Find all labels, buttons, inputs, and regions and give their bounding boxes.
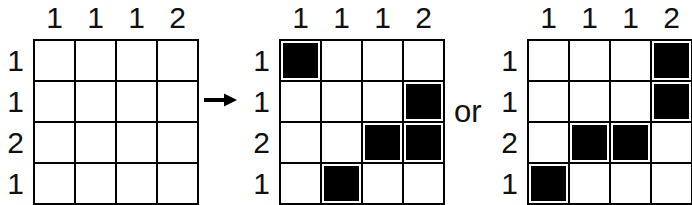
column-clue: 1 — [292, 3, 309, 33]
row-clues: 1121 — [488, 41, 518, 203]
empty-cell-r4c2 — [76, 164, 115, 203]
empty-cell-r2c2 — [570, 82, 609, 121]
filled-cell-r3c2 — [570, 123, 609, 162]
arrow-icon — [204, 93, 237, 107]
row-clue: 1 — [7, 169, 24, 199]
row-clue: 1 — [7, 46, 24, 76]
column-clue: 1 — [540, 3, 557, 33]
puzzle-board — [33, 39, 199, 205]
empty-cell-r1c2 — [322, 41, 361, 80]
row-clue: 2 — [253, 128, 270, 158]
filled-cell-r3c3 — [611, 123, 650, 162]
row-clues: 1121 — [0, 41, 24, 203]
filled-cell-r3c3 — [363, 123, 402, 162]
solution-b-board — [527, 39, 692, 205]
column-clue: 1 — [46, 3, 63, 33]
empty-cell-r1c3 — [117, 41, 156, 80]
column-clue: 1 — [87, 3, 104, 33]
empty-cell-r2c1 — [281, 82, 320, 121]
empty-cell-r3c4 — [158, 123, 197, 162]
empty-cell-r2c3 — [117, 82, 156, 121]
empty-cell-r2c1 — [529, 82, 568, 121]
empty-cell-r3c1 — [529, 123, 568, 162]
empty-cell-r2c3 — [611, 82, 650, 121]
empty-cell-r1c2 — [570, 41, 609, 80]
empty-cell-r1c4 — [404, 41, 443, 80]
empty-cell-r4c2 — [570, 164, 609, 203]
empty-cell-r4c1 — [281, 164, 320, 203]
empty-cell-r3c2 — [322, 123, 361, 162]
column-clue: 1 — [128, 3, 145, 33]
row-clue: 1 — [501, 87, 518, 117]
filled-cell-r2c4 — [652, 82, 691, 121]
filled-cell-r1c4 — [652, 41, 691, 80]
row-clue: 2 — [7, 128, 24, 158]
empty-cell-r4c3 — [611, 164, 650, 203]
empty-cell-r2c1 — [35, 82, 74, 121]
filled-cell-r4c1 — [529, 164, 568, 203]
filled-cell-r4c2 — [322, 164, 361, 203]
filled-cell-r3c4 — [404, 123, 443, 162]
row-clue: 2 — [501, 128, 518, 158]
empty-cell-r4c4 — [404, 164, 443, 203]
empty-cell-r4c4 — [158, 164, 197, 203]
column-clues: 1112 — [529, 1, 691, 35]
row-clue: 1 — [7, 87, 24, 117]
or-label: or — [454, 92, 482, 132]
empty-cell-r2c2 — [76, 82, 115, 121]
empty-cell-r1c3 — [363, 41, 402, 80]
empty-cell-r4c1 — [35, 164, 74, 203]
row-clue: 1 — [253, 169, 270, 199]
column-clue: 1 — [374, 3, 391, 33]
column-clue: 1 — [333, 3, 350, 33]
empty-cell-r4c3 — [363, 164, 402, 203]
row-clue: 1 — [501, 46, 518, 76]
empty-cell-r3c3 — [117, 123, 156, 162]
empty-cell-r1c3 — [611, 41, 650, 80]
nonogram-figure: 1112 1121 1112 1121 or 1112 1121 — [0, 0, 692, 205]
empty-cell-r1c2 — [76, 41, 115, 80]
column-clues: 1112 — [281, 1, 443, 35]
row-clue: 1 — [253, 46, 270, 76]
row-clues: 1121 — [240, 41, 270, 203]
column-clue: 2 — [415, 3, 432, 33]
empty-cell-r2c2 — [322, 82, 361, 121]
column-clue: 2 — [169, 3, 186, 33]
row-clue: 1 — [253, 87, 270, 117]
empty-cell-r4c4 — [652, 164, 691, 203]
empty-cell-r3c4 — [652, 123, 691, 162]
empty-cell-r4c3 — [117, 164, 156, 203]
solution-a-board — [279, 39, 445, 205]
empty-cell-r2c3 — [363, 82, 402, 121]
empty-cell-r1c1 — [35, 41, 74, 80]
filled-cell-r2c4 — [404, 82, 443, 121]
column-clue: 1 — [622, 3, 639, 33]
empty-cell-r3c1 — [35, 123, 74, 162]
column-clue: 2 — [663, 3, 680, 33]
empty-cell-r2c4 — [158, 82, 197, 121]
row-clue: 1 — [501, 169, 518, 199]
column-clues: 1112 — [35, 1, 197, 35]
filled-cell-r1c1 — [281, 41, 320, 80]
empty-cell-r3c2 — [76, 123, 115, 162]
column-clue: 1 — [581, 3, 598, 33]
empty-cell-r3c1 — [281, 123, 320, 162]
empty-cell-r1c1 — [529, 41, 568, 80]
empty-cell-r1c4 — [158, 41, 197, 80]
